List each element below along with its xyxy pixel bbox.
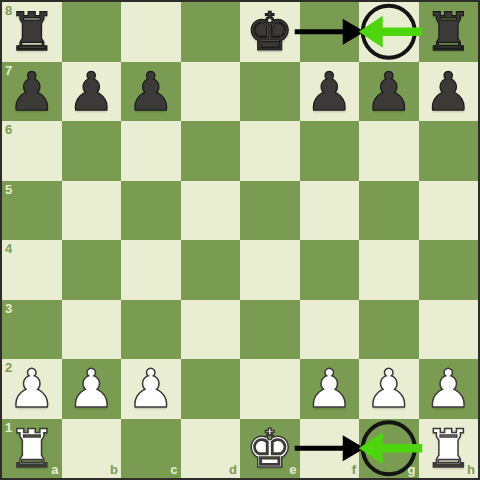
square-b7[interactable]: ♟ (62, 62, 122, 122)
square-g7[interactable]: ♟ (359, 62, 419, 122)
piece-black-rook[interactable]: ♜ (419, 2, 479, 62)
square-c4[interactable] (121, 240, 181, 300)
piece-black-pawn[interactable]: ♟ (419, 62, 479, 122)
square-c6[interactable] (121, 121, 181, 181)
square-b1[interactable]: b (62, 419, 122, 479)
square-h5[interactable] (419, 181, 479, 241)
square-a4[interactable]: 4 (2, 240, 62, 300)
square-b6[interactable] (62, 121, 122, 181)
square-c3[interactable] (121, 300, 181, 360)
square-g8[interactable] (359, 2, 419, 62)
piece-black-pawn[interactable]: ♟ (359, 62, 419, 122)
square-e6[interactable] (240, 121, 300, 181)
square-a1[interactable]: 1a♜ (2, 419, 62, 479)
square-b2[interactable]: ♟ (62, 359, 122, 419)
square-a6[interactable]: 6 (2, 121, 62, 181)
piece-white-pawn[interactable]: ♟ (121, 359, 181, 419)
square-b4[interactable] (62, 240, 122, 300)
rank-label-4: 4 (5, 242, 12, 255)
square-g6[interactable] (359, 121, 419, 181)
square-f1[interactable]: f (300, 419, 360, 479)
square-g1[interactable]: g (359, 419, 419, 479)
chess-board: 8♜♚♜7♟♟♟♟♟♟65432♟♟♟♟♟♟1a♜bcde♚fgh♜ (0, 0, 480, 480)
square-h6[interactable] (419, 121, 479, 181)
square-a3[interactable]: 3 (2, 300, 62, 360)
piece-black-pawn[interactable]: ♟ (2, 62, 62, 122)
square-b3[interactable] (62, 300, 122, 360)
square-e4[interactable] (240, 240, 300, 300)
square-d2[interactable] (181, 359, 241, 419)
square-h1[interactable]: h♜ (419, 419, 479, 479)
piece-black-pawn[interactable]: ♟ (62, 62, 122, 122)
file-label-g: g (408, 463, 416, 476)
rank-label-6: 6 (5, 123, 12, 136)
square-g5[interactable] (359, 181, 419, 241)
piece-black-pawn[interactable]: ♟ (121, 62, 181, 122)
square-c7[interactable]: ♟ (121, 62, 181, 122)
square-f8[interactable] (300, 2, 360, 62)
piece-black-rook[interactable]: ♜ (2, 2, 62, 62)
square-b5[interactable] (62, 181, 122, 241)
square-c5[interactable] (121, 181, 181, 241)
square-f7[interactable]: ♟ (300, 62, 360, 122)
file-label-b: b (110, 463, 118, 476)
square-e2[interactable] (240, 359, 300, 419)
square-d4[interactable] (181, 240, 241, 300)
square-g4[interactable] (359, 240, 419, 300)
piece-white-king[interactable]: ♚ (240, 419, 300, 479)
file-label-c: c (170, 463, 177, 476)
square-d3[interactable] (181, 300, 241, 360)
board-squares: 8♜♚♜7♟♟♟♟♟♟65432♟♟♟♟♟♟1a♜bcde♚fgh♜ (2, 2, 478, 478)
piece-black-king[interactable]: ♚ (240, 2, 300, 62)
piece-white-pawn[interactable]: ♟ (62, 359, 122, 419)
square-g2[interactable]: ♟ (359, 359, 419, 419)
piece-white-pawn[interactable]: ♟ (419, 359, 479, 419)
square-a5[interactable]: 5 (2, 181, 62, 241)
square-f4[interactable] (300, 240, 360, 300)
file-label-f: f (352, 463, 356, 476)
square-d1[interactable]: d (181, 419, 241, 479)
square-f2[interactable]: ♟ (300, 359, 360, 419)
piece-black-pawn[interactable]: ♟ (300, 62, 360, 122)
rank-label-5: 5 (5, 183, 12, 196)
piece-white-pawn[interactable]: ♟ (2, 359, 62, 419)
square-d5[interactable] (181, 181, 241, 241)
square-f6[interactable] (300, 121, 360, 181)
piece-white-pawn[interactable]: ♟ (359, 359, 419, 419)
piece-white-rook[interactable]: ♜ (419, 419, 479, 479)
square-f3[interactable] (300, 300, 360, 360)
square-c8[interactable] (121, 2, 181, 62)
square-h3[interactable] (419, 300, 479, 360)
square-e5[interactable] (240, 181, 300, 241)
square-h8[interactable]: ♜ (419, 2, 479, 62)
square-a8[interactable]: 8♜ (2, 2, 62, 62)
square-d7[interactable] (181, 62, 241, 122)
piece-white-pawn[interactable]: ♟ (300, 359, 360, 419)
square-b8[interactable] (62, 2, 122, 62)
square-d8[interactable] (181, 2, 241, 62)
rank-label-3: 3 (5, 302, 12, 315)
square-g3[interactable] (359, 300, 419, 360)
square-e3[interactable] (240, 300, 300, 360)
square-a2[interactable]: 2♟ (2, 359, 62, 419)
square-h7[interactable]: ♟ (419, 62, 479, 122)
square-d6[interactable] (181, 121, 241, 181)
square-h4[interactable] (419, 240, 479, 300)
square-e1[interactable]: e♚ (240, 419, 300, 479)
piece-white-rook[interactable]: ♜ (2, 419, 62, 479)
square-e7[interactable] (240, 62, 300, 122)
square-c2[interactable]: ♟ (121, 359, 181, 419)
square-a7[interactable]: 7♟ (2, 62, 62, 122)
square-h2[interactable]: ♟ (419, 359, 479, 419)
square-c1[interactable]: c (121, 419, 181, 479)
square-e8[interactable]: ♚ (240, 2, 300, 62)
file-label-d: d (229, 463, 237, 476)
square-f5[interactable] (300, 181, 360, 241)
